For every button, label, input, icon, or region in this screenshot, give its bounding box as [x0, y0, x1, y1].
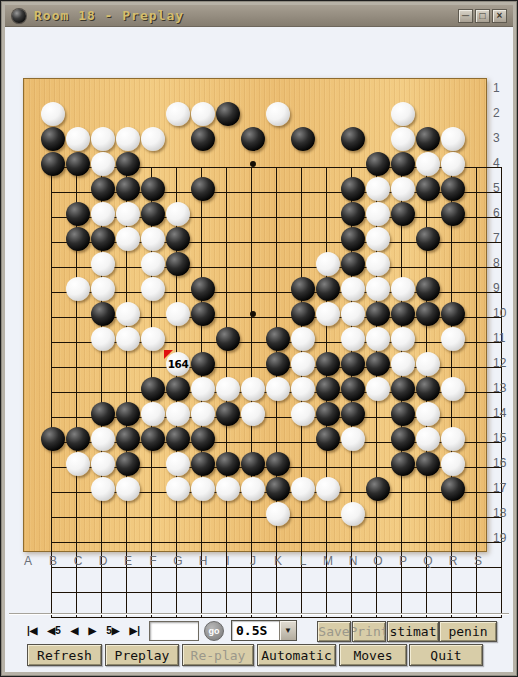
black-stone-R17	[441, 477, 465, 501]
black-stone-O10	[366, 302, 390, 326]
column-label-B: B	[43, 554, 63, 568]
white-stone-G14	[166, 402, 190, 426]
black-stone-N6	[341, 202, 365, 226]
column-label-I: I	[218, 554, 238, 568]
column-label-F: F	[143, 554, 163, 568]
white-stone-P3	[391, 127, 415, 151]
close-button[interactable]: ×	[492, 9, 507, 23]
white-stone-O8	[366, 252, 390, 276]
row-label-9: 9	[493, 281, 517, 295]
white-stone-J13	[241, 377, 265, 401]
black-stone-O17	[366, 477, 390, 501]
black-stone-D14	[91, 402, 115, 426]
column-label-O: O	[368, 554, 388, 568]
black-stone-B15	[41, 427, 65, 451]
white-stone-R3	[441, 127, 465, 151]
maximize-button[interactable]: □	[475, 9, 490, 23]
row-label-5: 5	[493, 181, 517, 195]
white-stone-E3	[116, 127, 140, 151]
black-stone-N8	[341, 252, 365, 276]
star-point	[250, 311, 256, 317]
black-stone-F15	[141, 427, 165, 451]
white-stone-L11	[291, 327, 315, 351]
black-stone-F5	[141, 177, 165, 201]
black-stone-R5	[441, 177, 465, 201]
column-label-G: G	[168, 554, 188, 568]
white-stone-G10	[166, 302, 190, 326]
black-stone-K16	[266, 452, 290, 476]
white-stone-G6	[166, 202, 190, 226]
white-stone-J17	[241, 477, 265, 501]
white-stone-F3	[141, 127, 165, 151]
white-stone-F7	[141, 227, 165, 251]
black-stone-F6	[141, 202, 165, 226]
black-stone-M12	[316, 352, 340, 376]
black-stone-F13	[141, 377, 165, 401]
app-icon	[12, 9, 26, 23]
black-stone-P10	[391, 302, 415, 326]
black-stone-B4	[41, 152, 65, 176]
nav-button-group: |◀◀5◀▶5▶▶|	[27, 625, 140, 636]
black-stone-O4	[366, 152, 390, 176]
black-stone-K17	[266, 477, 290, 501]
white-stone-L17	[291, 477, 315, 501]
black-stone-Q5	[416, 177, 440, 201]
star-point	[250, 161, 256, 167]
replay-button: Re-play	[182, 644, 254, 666]
white-stone-E10	[116, 302, 140, 326]
black-stone-N7	[341, 227, 365, 251]
nav-last-button[interactable]: ▶|	[129, 625, 140, 636]
quit-button[interactable]: Quit	[409, 644, 483, 666]
window-title: Room 18 - Preplay	[34, 8, 184, 23]
white-stone-O9	[366, 277, 390, 301]
black-stone-E14	[116, 402, 140, 426]
black-stone-M9	[316, 277, 340, 301]
white-stone-E17	[116, 477, 140, 501]
nav-first-button[interactable]: |◀	[27, 625, 38, 636]
white-stone-H14	[191, 402, 215, 426]
black-stone-P4	[391, 152, 415, 176]
black-stone-H3	[191, 127, 215, 151]
black-stone-M15	[316, 427, 340, 451]
white-stone-P9	[391, 277, 415, 301]
white-stone-D6	[91, 202, 115, 226]
black-stone-D7	[91, 227, 115, 251]
black-stone-N12	[341, 352, 365, 376]
black-stone-Q16	[416, 452, 440, 476]
move-number-label: 164	[166, 352, 190, 376]
refresh-button[interactable]: Refresh	[27, 644, 102, 666]
black-stone-L3	[291, 127, 315, 151]
white-stone-Q15	[416, 427, 440, 451]
white-stone-O7	[366, 227, 390, 251]
black-stone-H9	[191, 277, 215, 301]
white-stone-P11	[391, 327, 415, 351]
white-stone-P12	[391, 352, 415, 376]
black-stone-P13	[391, 377, 415, 401]
delay-select-value: 0.5S	[232, 621, 279, 640]
app-window: Room 18 - Preplay ─□× |◀◀5◀▶5▶▶| go 0.5S…	[0, 0, 518, 677]
white-stone-E11	[116, 327, 140, 351]
white-stone-F8	[141, 252, 165, 276]
column-label-A: A	[18, 554, 38, 568]
white-stone-I17	[216, 477, 240, 501]
nav-forward-button[interactable]: ▶	[88, 625, 96, 636]
white-stone-P5	[391, 177, 415, 201]
white-stone-R11	[441, 327, 465, 351]
black-stone-I16	[216, 452, 240, 476]
white-stone-F9	[141, 277, 165, 301]
column-label-C: C	[68, 554, 88, 568]
black-stone-I2	[216, 102, 240, 126]
white-stone-D9	[91, 277, 115, 301]
white-stone-L13	[291, 377, 315, 401]
black-stone-Q7	[416, 227, 440, 251]
black-stone-N5	[341, 177, 365, 201]
nav-back-button[interactable]: ◀	[71, 625, 79, 636]
white-stone-Q14	[416, 402, 440, 426]
white-stone-K18	[266, 502, 290, 526]
row-label-12: 12	[493, 356, 517, 370]
row-label-7: 7	[493, 231, 517, 245]
black-stone-E15	[116, 427, 140, 451]
column-label-R: R	[443, 554, 463, 568]
black-stone-Q3	[416, 127, 440, 151]
row-label-18: 18	[493, 506, 517, 520]
black-stone-D10	[91, 302, 115, 326]
white-stone-O11	[366, 327, 390, 351]
white-stone-G16	[166, 452, 190, 476]
column-label-J: J	[243, 554, 263, 568]
window-controls: ─□×	[458, 9, 507, 23]
row-label-16: 16	[493, 456, 517, 470]
black-stone-B3	[41, 127, 65, 151]
column-label-L: L	[293, 554, 313, 568]
black-stone-H12	[191, 352, 215, 376]
column-label-K: K	[268, 554, 288, 568]
white-stone-B2	[41, 102, 65, 126]
black-stone-N3	[341, 127, 365, 151]
black-stone-P16	[391, 452, 415, 476]
black-stone-H5	[191, 177, 215, 201]
white-stone-E7	[116, 227, 140, 251]
white-stone-C16	[66, 452, 90, 476]
column-label-M: M	[318, 554, 338, 568]
black-stone-C4	[66, 152, 90, 176]
black-stone-I11	[216, 327, 240, 351]
white-stone-D11	[91, 327, 115, 351]
white-stone-D8	[91, 252, 115, 276]
move-number-input[interactable]	[149, 621, 199, 641]
minimize-button[interactable]: ─	[458, 9, 473, 23]
black-stone-C6	[66, 202, 90, 226]
delay-select[interactable]: 0.5S ▼	[231, 620, 297, 641]
row-label-11: 11	[493, 331, 517, 345]
column-label-E: E	[118, 554, 138, 568]
black-stone-N14	[341, 402, 365, 426]
white-stone-O6	[366, 202, 390, 226]
column-label-Q: Q	[418, 554, 438, 568]
black-stone-G8	[166, 252, 190, 276]
white-stone-H13	[191, 377, 215, 401]
automatic-button[interactable]: Automatic	[257, 644, 336, 666]
white-stone-N10	[341, 302, 365, 326]
white-stone-J14	[241, 402, 265, 426]
preplay-button[interactable]: Preplay	[105, 644, 179, 666]
title-bar[interactable]: Room 18 - Preplay ─□×	[5, 5, 513, 27]
white-stone-N11	[341, 327, 365, 351]
black-stone-E5	[116, 177, 140, 201]
black-stone-J3	[241, 127, 265, 151]
white-stone-D15	[91, 427, 115, 451]
black-stone-E16	[116, 452, 140, 476]
row-label-2: 2	[493, 106, 517, 120]
black-stone-G7	[166, 227, 190, 251]
row-label-10: 10	[493, 306, 517, 320]
white-stone-O13	[366, 377, 390, 401]
white-stone-G2	[166, 102, 190, 126]
black-stone-K11	[266, 327, 290, 351]
black-stone-P15	[391, 427, 415, 451]
white-stone-N15	[341, 427, 365, 451]
row-label-14: 14	[493, 406, 517, 420]
white-stone-M8	[316, 252, 340, 276]
black-stone-C15	[66, 427, 90, 451]
black-stone-G13	[166, 377, 190, 401]
moves-button[interactable]: Moves	[339, 644, 407, 666]
print-button: Print	[352, 621, 386, 642]
black-stone-D5	[91, 177, 115, 201]
black-stone-M13	[316, 377, 340, 401]
estimate-button[interactable]: stimat	[387, 621, 439, 642]
white-stone-D4	[91, 152, 115, 176]
black-stone-J16	[241, 452, 265, 476]
white-stone-N18	[341, 502, 365, 526]
white-stone-P2	[391, 102, 415, 126]
black-stone-K12	[266, 352, 290, 376]
white-stone-G17	[166, 477, 190, 501]
black-stone-H15	[191, 427, 215, 451]
go-button[interactable]: go	[204, 621, 224, 641]
white-stone-R16	[441, 452, 465, 476]
column-label-H: H	[193, 554, 213, 568]
white-stone-G12: 164	[166, 352, 190, 376]
white-stone-I13	[216, 377, 240, 401]
black-stone-L10	[291, 302, 315, 326]
black-stone-Q13	[416, 377, 440, 401]
white-stone-H17	[191, 477, 215, 501]
column-label-N: N	[343, 554, 363, 568]
nav-forward-5-button[interactable]: 5▶	[106, 625, 119, 636]
black-stone-P14	[391, 402, 415, 426]
black-stone-C7	[66, 227, 90, 251]
row-label-8: 8	[493, 256, 517, 270]
white-stone-R13	[441, 377, 465, 401]
opening-button[interactable]: penin	[439, 621, 497, 642]
black-stone-H16	[191, 452, 215, 476]
column-label-D: D	[93, 554, 113, 568]
row-label-17: 17	[493, 481, 517, 495]
row-label-15: 15	[493, 431, 517, 445]
white-stone-D17	[91, 477, 115, 501]
white-stone-D3	[91, 127, 115, 151]
white-stone-C9	[66, 277, 90, 301]
black-stone-R10	[441, 302, 465, 326]
row-label-4: 4	[493, 156, 517, 170]
white-stone-M10	[316, 302, 340, 326]
save-button: Save	[317, 621, 351, 642]
controls-separator	[9, 613, 509, 615]
white-stone-C3	[66, 127, 90, 151]
black-stone-M14	[316, 402, 340, 426]
white-stone-K2	[266, 102, 290, 126]
row-label-6: 6	[493, 206, 517, 220]
black-stone-I14	[216, 402, 240, 426]
black-stone-E4	[116, 152, 140, 176]
row-label-1: 1	[493, 81, 517, 95]
white-stone-F14	[141, 402, 165, 426]
white-stone-N9	[341, 277, 365, 301]
chevron-down-icon[interactable]: ▼	[279, 621, 296, 640]
black-stone-N13	[341, 377, 365, 401]
white-stone-L14	[291, 402, 315, 426]
white-stone-R4	[441, 152, 465, 176]
black-stone-Q10	[416, 302, 440, 326]
row-label-19: 19	[493, 531, 517, 545]
black-stone-R6	[441, 202, 465, 226]
black-stone-O12	[366, 352, 390, 376]
black-stone-Q9	[416, 277, 440, 301]
white-stone-K13	[266, 377, 290, 401]
white-stone-R15	[441, 427, 465, 451]
white-stone-D16	[91, 452, 115, 476]
black-stone-H10	[191, 302, 215, 326]
white-stone-M17	[316, 477, 340, 501]
white-stone-Q12	[416, 352, 440, 376]
row-label-3: 3	[493, 131, 517, 145]
white-stone-Q4	[416, 152, 440, 176]
white-stone-F11	[141, 327, 165, 351]
black-stone-G15	[166, 427, 190, 451]
column-label-P: P	[393, 554, 413, 568]
nav-back-5-button[interactable]: ◀5	[48, 625, 61, 636]
black-stone-L9	[291, 277, 315, 301]
white-stone-O5	[366, 177, 390, 201]
white-stone-H2	[191, 102, 215, 126]
white-stone-E6	[116, 202, 140, 226]
row-label-13: 13	[493, 381, 517, 395]
white-stone-L12	[291, 352, 315, 376]
black-stone-P6	[391, 202, 415, 226]
column-label-S: S	[468, 554, 488, 568]
